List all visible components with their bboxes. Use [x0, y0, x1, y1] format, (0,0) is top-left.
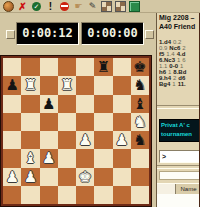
square-f3[interactable] — [94, 149, 112, 167]
square-d4[interactable] — [58, 131, 76, 149]
mini-board-icon — [101, 1, 112, 12]
white-knight[interactable]: ♞ — [133, 113, 146, 131]
black-pawn[interactable]: ♟ — [42, 95, 55, 113]
clock-adjust-right-button[interactable] — [145, 30, 154, 39]
square-g2[interactable] — [113, 168, 131, 186]
panel-divider-2 — [157, 165, 200, 169]
alert-icon[interactable]: ! — [45, 1, 56, 12]
square-d5[interactable] — [58, 113, 76, 131]
square-b3[interactable]: ♝ — [21, 149, 39, 167]
square-a1[interactable] — [3, 186, 21, 204]
black-rook[interactable]: ♜ — [97, 58, 110, 76]
black-bishop[interactable]: ♝ — [133, 95, 146, 113]
chess-board[interactable]: ♜♚♟♜♜♞♟♝♞♟♟♞♝♟♟♟♚ — [3, 58, 149, 204]
square-h3[interactable] — [131, 149, 149, 167]
square-a6[interactable] — [3, 95, 21, 113]
square-c3[interactable]: ♟ — [40, 149, 58, 167]
black-pawn[interactable]: ♟ — [5, 76, 18, 94]
white-bishop[interactable]: ♝ — [24, 149, 37, 167]
game-players-header: Mig 2208 – — [159, 14, 194, 21]
green-monitor-icon — [129, 1, 140, 12]
move-token: Bg4 — [159, 81, 170, 87]
chess-board-frame: ♜♚♟♜♜♞♟♝♞♟♟♞♝♟♟♟♚ — [0, 55, 152, 207]
square-c2[interactable] — [40, 168, 58, 186]
square-a5[interactable] — [3, 113, 21, 131]
black-knight[interactable]: ♞ — [133, 131, 146, 149]
network-icon[interactable] — [3, 1, 14, 12]
cancel-icon[interactable]: ✗ — [17, 1, 28, 12]
square-f4[interactable] — [94, 131, 112, 149]
square-h4[interactable]: ♞ — [131, 131, 149, 149]
square-a8[interactable] — [3, 58, 21, 76]
square-g4[interactable]: ♟ — [113, 131, 131, 149]
square-d8[interactable] — [58, 58, 76, 76]
player-list-row[interactable] — [159, 171, 200, 180]
square-e4[interactable]: ♟ — [76, 131, 94, 149]
monitor-icon[interactable] — [129, 1, 140, 12]
channel-item[interactable]: Privat A' c tournamen — [159, 119, 200, 142]
square-e2[interactable]: ♚ — [76, 168, 94, 186]
board-small-icon[interactable] — [101, 1, 112, 12]
square-c4[interactable] — [40, 131, 58, 149]
square-a4[interactable] — [3, 131, 21, 149]
square-c1[interactable] — [40, 186, 58, 204]
square-h2[interactable] — [131, 168, 149, 186]
square-f6[interactable] — [94, 95, 112, 113]
square-e3[interactable] — [76, 149, 94, 167]
notation-line-8[interactable]: Bg4111. — [159, 81, 200, 87]
square-e7[interactable] — [76, 76, 94, 94]
no-entry-icon — [60, 2, 69, 11]
square-e1[interactable] — [76, 186, 94, 204]
square-f7[interactable] — [94, 76, 112, 94]
square-h6[interactable]: ♝ — [131, 95, 149, 113]
square-f8[interactable]: ♜ — [94, 58, 112, 76]
white-rook[interactable]: ♜ — [24, 76, 37, 94]
square-f2[interactable] — [94, 168, 112, 186]
square-b2[interactable]: ♟ — [21, 168, 39, 186]
square-c6[interactable]: ♟ — [40, 95, 58, 113]
square-c7[interactable] — [40, 76, 58, 94]
square-b7[interactable]: ♜ — [21, 76, 39, 94]
white-rook[interactable]: ♜ — [60, 76, 73, 94]
square-h5[interactable]: ♞ — [131, 113, 149, 131]
square-e6[interactable] — [76, 95, 94, 113]
square-b8[interactable] — [21, 58, 39, 76]
square-f5[interactable] — [94, 113, 112, 131]
pencil-icon[interactable]: ✎ — [87, 1, 98, 12]
board-small-icon-2[interactable] — [115, 1, 126, 12]
accept-icon[interactable]: ✓ — [31, 1, 42, 12]
world-globe-icon — [3, 1, 14, 12]
time-token: 1 — [172, 81, 175, 87]
clock-adjust-left-button[interactable] — [6, 30, 15, 39]
playchess-window: ✗ ✓ ! ☛ ✎ 0:00:12 0:00:00 ♜♚♟♜♜♞♟♝♞♟♟♞♝♟… — [0, 0, 200, 207]
black-king[interactable]: ♚ — [133, 58, 146, 76]
square-e8[interactable] — [76, 58, 94, 76]
notation-panel: Mig 2208 – A40 Friend 1.d40.20.9Nc62f51.… — [156, 13, 200, 207]
player-list-body[interactable] — [157, 194, 200, 207]
square-g3[interactable] — [113, 149, 131, 167]
square-g6[interactable] — [113, 95, 131, 113]
square-c8[interactable] — [40, 58, 58, 76]
square-h1[interactable] — [131, 186, 149, 204]
black-knight[interactable]: ♞ — [133, 76, 146, 94]
move-token: 11. — [178, 81, 186, 87]
hand-icon[interactable]: ☛ — [73, 1, 84, 12]
white-king[interactable]: ♚ — [78, 168, 91, 186]
mini-board-icon-2 — [115, 1, 126, 12]
panel-divider — [157, 105, 200, 109]
white-clock: 0:00:12 — [16, 22, 79, 45]
square-g7[interactable] — [113, 76, 131, 94]
check-icon: ✓ — [32, 2, 41, 11]
block-icon[interactable] — [59, 1, 70, 12]
square-b1[interactable] — [21, 186, 39, 204]
square-d3[interactable] — [58, 149, 76, 167]
square-e5[interactable] — [76, 113, 94, 131]
square-d6[interactable] — [58, 95, 76, 113]
white-pawn[interactable]: ♟ — [42, 149, 55, 167]
square-h8[interactable]: ♚ — [131, 58, 149, 76]
square-d2[interactable] — [58, 168, 76, 186]
white-pawn[interactable]: ♟ — [24, 168, 37, 186]
square-g1[interactable] — [113, 186, 131, 204]
square-c5[interactable] — [40, 113, 58, 131]
white-pawn[interactable]: ♟ — [78, 131, 91, 149]
square-b5[interactable] — [21, 113, 39, 131]
move-list[interactable]: 1.d40.20.9Nc62f51.44.d6.Nc3161.10-01h618… — [159, 39, 200, 87]
square-d1[interactable] — [58, 186, 76, 204]
square-d7[interactable]: ♜ — [58, 76, 76, 94]
square-g5[interactable] — [113, 113, 131, 131]
white-pawn[interactable]: ♟ — [5, 168, 18, 186]
game-eco-header: A40 Friend — [159, 23, 195, 30]
square-a2[interactable]: ♟ — [3, 168, 21, 186]
square-a7[interactable]: ♟ — [3, 76, 21, 94]
channel-line-1: Privat A' c — [161, 121, 199, 130]
square-b6[interactable] — [21, 95, 39, 113]
white-pawn[interactable]: ♟ — [115, 131, 128, 149]
square-h7[interactable]: ♞ — [131, 76, 149, 94]
square-a3[interactable] — [3, 149, 21, 167]
square-g8[interactable] — [113, 58, 131, 76]
window-edge — [199, 13, 200, 207]
toolbar: ✗ ✓ ! ☛ ✎ — [0, 0, 200, 13]
channel-line-2: tournamen — [161, 130, 199, 139]
chat-input[interactable]: > — [159, 150, 200, 163]
square-b4[interactable] — [21, 131, 39, 149]
square-f1[interactable] — [94, 186, 112, 204]
black-clock: 0:00:00 — [81, 22, 144, 45]
